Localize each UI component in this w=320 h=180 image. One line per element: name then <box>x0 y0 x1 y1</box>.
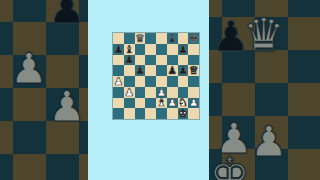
square-c2 <box>135 98 146 109</box>
square-h4 <box>188 76 199 87</box>
square-b3: ♟ <box>124 87 135 98</box>
square-e7 <box>156 44 167 55</box>
square-d5 <box>145 65 156 76</box>
white-pawn-piece: ♟ <box>167 97 177 108</box>
video-frame[interactable]: ♟♟♟♟♛♟♟♚ ♛♝♚♟♝♟♟♟♟♟♛♟♟♟♝♟♞♟♚ <box>0 0 320 180</box>
square-b2 <box>124 98 135 109</box>
square-g5: ♟ <box>178 65 189 76</box>
square-b5 <box>124 65 135 76</box>
square-f2: ♟ <box>167 98 178 109</box>
square-e2: ♝ <box>156 98 167 109</box>
square-f1 <box>167 108 178 119</box>
square-f4 <box>167 76 178 87</box>
square-f5: ♟ <box>167 65 178 76</box>
square-a1 <box>113 108 124 119</box>
square-e8 <box>156 33 167 44</box>
square-d6 <box>145 55 156 66</box>
square-a2 <box>113 98 124 109</box>
square-h7 <box>188 44 199 55</box>
board-panel: ♛♝♚♟♝♟♟♟♟♟♛♟♟♟♝♟♞♟♚ <box>88 0 209 180</box>
black-king-piece: ♚ <box>189 32 199 43</box>
square-g4 <box>178 76 189 87</box>
white-king-piece: ♚ <box>178 108 188 119</box>
background-board-left-strip <box>0 0 88 180</box>
square-a4: ♟ <box>113 76 124 87</box>
square-h8: ♚ <box>188 33 199 44</box>
black-queen-piece: ♛ <box>135 32 145 43</box>
square-d1 <box>145 108 156 119</box>
square-a3 <box>113 87 124 98</box>
square-f8: ♝ <box>167 33 178 44</box>
black-pawn-piece: ♟ <box>124 54 134 65</box>
square-d8 <box>145 33 156 44</box>
square-d3 <box>145 87 156 98</box>
square-a6 <box>113 55 124 66</box>
square-e6 <box>156 55 167 66</box>
square-h2: ♟ <box>188 98 199 109</box>
black-pawn-piece: ♟ <box>178 43 188 54</box>
square-h5: ♛ <box>188 65 199 76</box>
black-pawn-piece: ♟ <box>167 65 177 76</box>
square-g1: ♚ <box>178 108 189 119</box>
square-d7 <box>145 44 156 55</box>
square-c1 <box>135 108 146 119</box>
square-a7: ♟ <box>113 44 124 55</box>
chess-board: ♛♝♚♟♝♟♟♟♟♟♛♟♟♟♝♟♞♟♚ <box>113 33 199 119</box>
square-c3 <box>135 87 146 98</box>
square-c4 <box>135 76 146 87</box>
square-d2 <box>145 98 156 109</box>
white-bishop-piece: ♝ <box>156 97 166 108</box>
black-pawn-piece: ♟ <box>135 65 145 76</box>
square-g7: ♟ <box>178 44 189 55</box>
square-h1 <box>188 108 199 119</box>
square-b1 <box>124 108 135 119</box>
background-board-right-strip <box>209 0 320 180</box>
square-e1 <box>156 108 167 119</box>
square-c5: ♟ <box>135 65 146 76</box>
white-queen-piece: ♛ <box>189 65 199 76</box>
square-b6: ♟ <box>124 55 135 66</box>
square-e5 <box>156 65 167 76</box>
white-pawn-piece: ♟ <box>189 97 199 108</box>
square-f7 <box>167 44 178 55</box>
black-bishop-piece: ♝ <box>167 32 177 43</box>
white-pawn-piece: ♟ <box>124 86 134 97</box>
square-c7 <box>135 44 146 55</box>
black-pawn-piece: ♟ <box>178 65 188 76</box>
square-c8: ♛ <box>135 33 146 44</box>
black-pawn-piece: ♟ <box>113 43 123 54</box>
white-pawn-piece: ♟ <box>113 75 123 86</box>
square-d4 <box>145 76 156 87</box>
